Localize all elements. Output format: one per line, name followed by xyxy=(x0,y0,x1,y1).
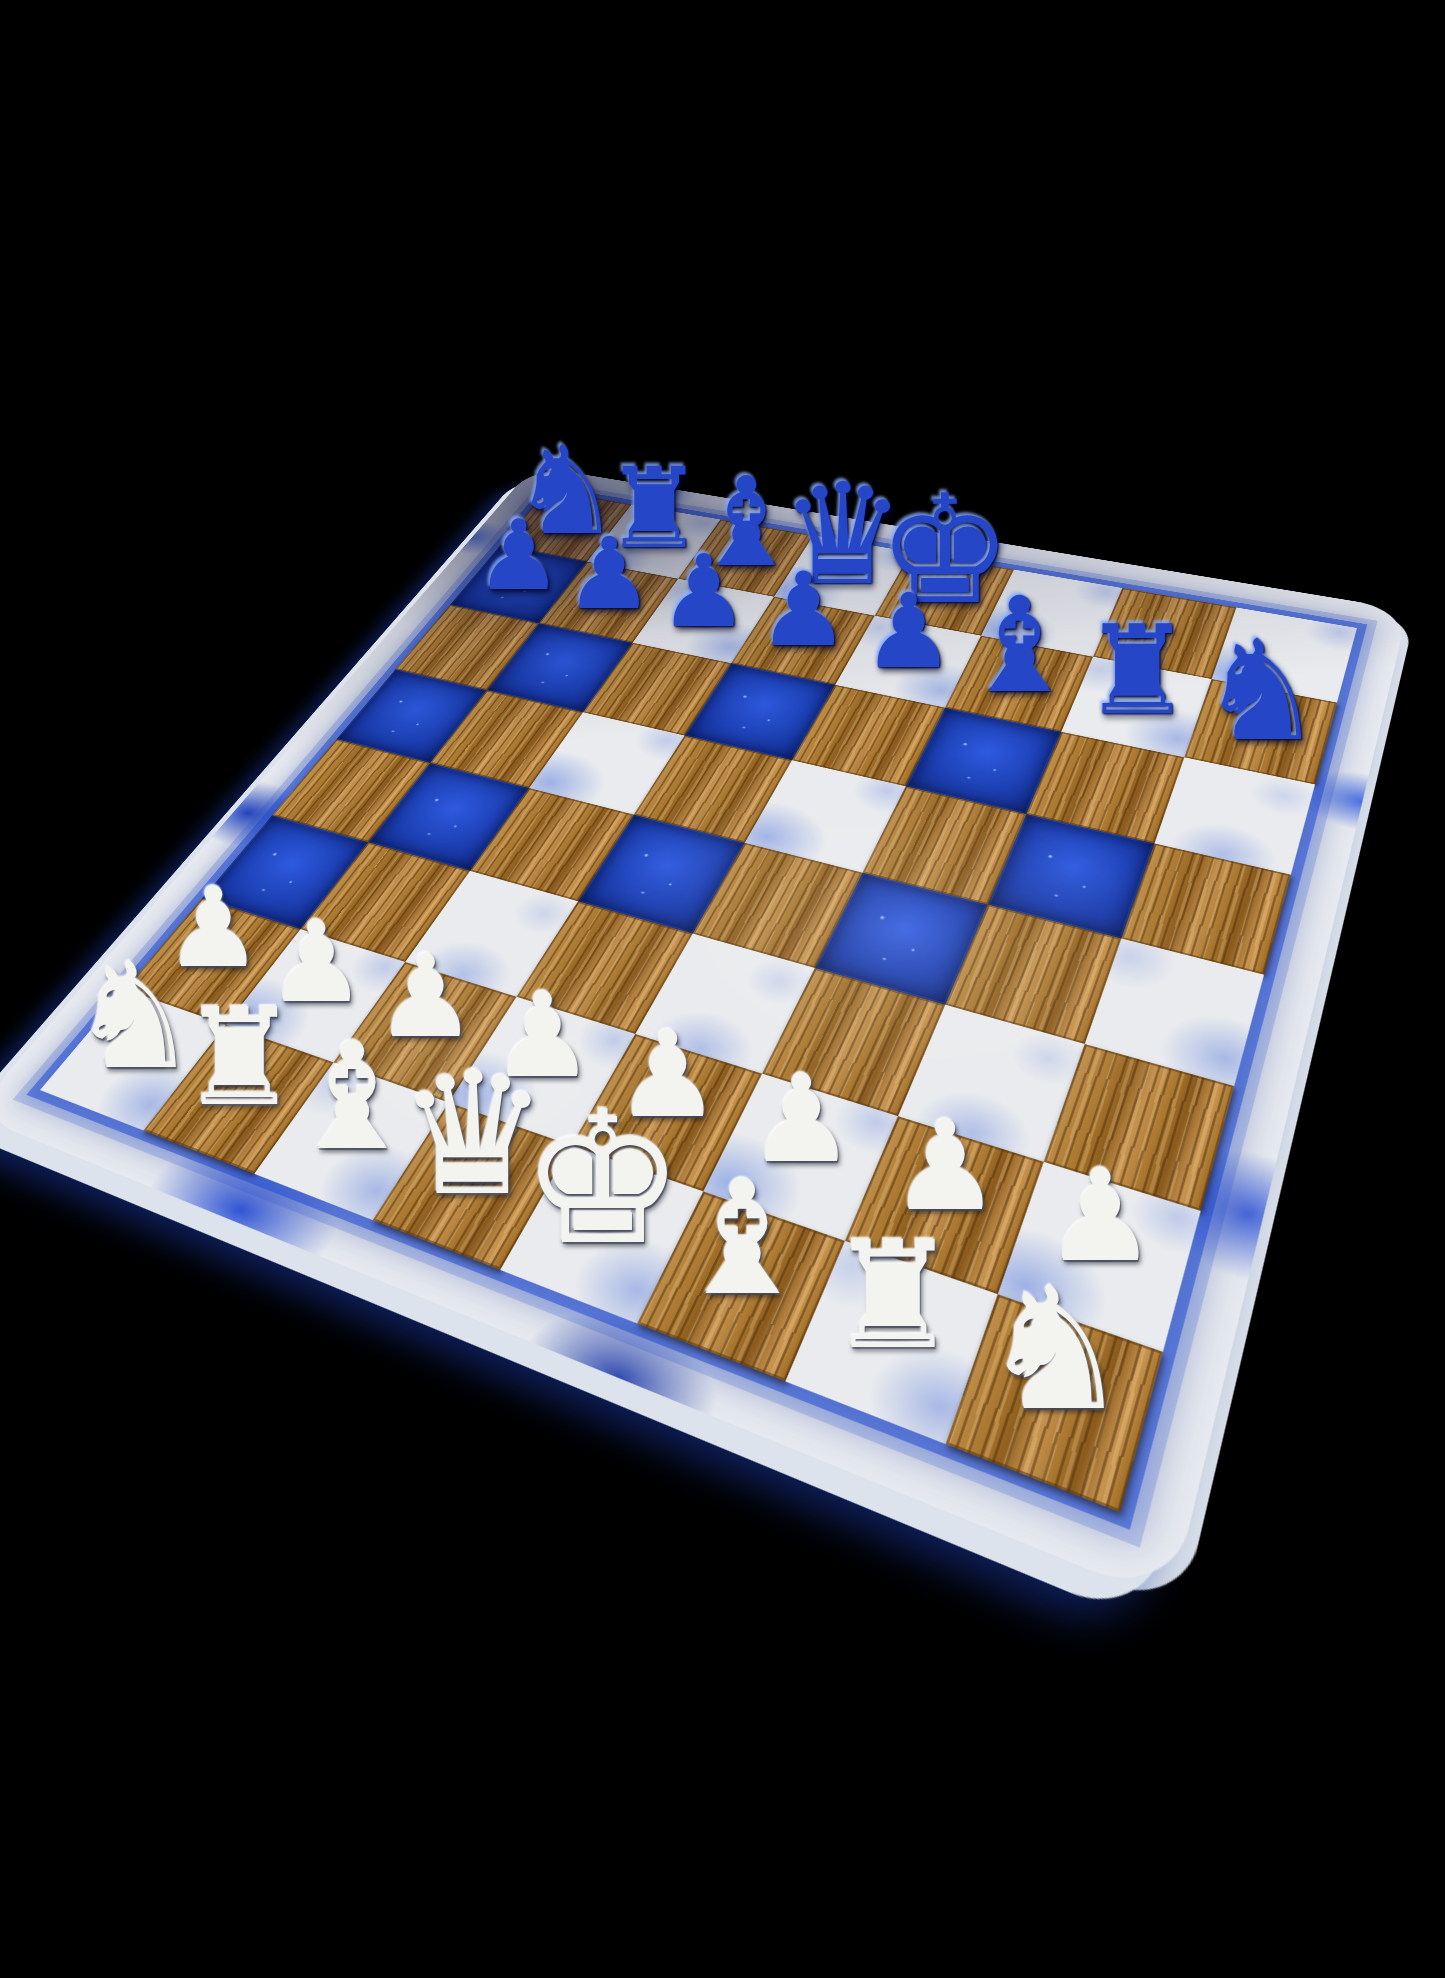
piece-blue-pawn-e7: ♟ xyxy=(863,580,955,683)
piece-blue-pawn-c7: ♟ xyxy=(659,542,749,642)
piece-blue-pawn-a7: ♟ xyxy=(476,507,563,604)
scene: ♞♜♝♛♚♟♟♟♟♟♝♜♞♟♟♟♟♟♟♟♟♞♜♝♛♚♝♜♞ xyxy=(0,0,1445,1978)
piece-white-knight-h1: ♞ xyxy=(980,1266,1132,1435)
piece-white-rook-g1: ♜ xyxy=(826,1222,959,1370)
piece-white-rook-b1: ♜ xyxy=(179,992,299,1126)
piece-white-bishop-f1: ♝ xyxy=(671,1158,813,1316)
piece-blue-knight-h7: ♞ xyxy=(1199,621,1324,760)
piece-blue-pawn-d7: ♟ xyxy=(758,560,849,662)
piece-blue-bishop-f7: ♝ xyxy=(960,579,1078,711)
piece-blue-rook-g7: ♜ xyxy=(1082,609,1192,732)
piece-white-king-e1: ♚ xyxy=(521,1087,685,1270)
piece-blue-pawn-b7: ♟ xyxy=(565,524,654,623)
